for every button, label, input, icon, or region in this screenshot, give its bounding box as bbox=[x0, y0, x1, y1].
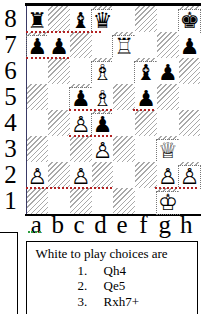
piece-white-pawn-a2[interactable]: ♙ bbox=[27, 166, 49, 188]
square-d4[interactable]: ♟ bbox=[92, 110, 114, 136]
spellcheck-squiggle bbox=[26, 57, 69, 59]
square-b4[interactable] bbox=[48, 110, 70, 136]
square-h3[interactable] bbox=[179, 136, 201, 162]
square-h1[interactable] bbox=[179, 188, 201, 214]
piece-black-pawn-b7[interactable]: ♟ bbox=[48, 36, 70, 58]
choice-3[interactable]: 3. Rxh7+ bbox=[27, 294, 197, 310]
caption-title: White to play choices are bbox=[36, 246, 197, 261]
square-f6[interactable]: ♝ bbox=[135, 58, 157, 84]
piece-white-pawn-g2[interactable]: ♙ bbox=[157, 166, 179, 188]
square-d1[interactable] bbox=[92, 188, 114, 214]
square-e2[interactable] bbox=[113, 162, 135, 188]
piece-black-king-h8[interactable]: ♚ bbox=[179, 10, 201, 32]
piece-white-pawn-d3[interactable]: ♙ bbox=[92, 140, 114, 162]
piece-black-queen-d8[interactable]: ♛ bbox=[92, 10, 114, 32]
square-b8[interactable] bbox=[48, 6, 70, 32]
square-a6[interactable] bbox=[27, 58, 49, 84]
square-d2[interactable] bbox=[92, 162, 114, 188]
square-h4[interactable] bbox=[179, 110, 201, 136]
square-g8[interactable] bbox=[157, 6, 179, 32]
square-e6[interactable] bbox=[113, 58, 135, 84]
piece-black-bishop-c8[interactable]: ♝ bbox=[70, 10, 92, 32]
square-c3[interactable] bbox=[70, 136, 92, 162]
rank-label-4: 4 bbox=[2, 110, 19, 136]
square-g6[interactable]: ♟ bbox=[157, 58, 179, 84]
file-label-b: b bbox=[47, 214, 68, 236]
file-label-g: g bbox=[154, 214, 175, 236]
square-g4[interactable] bbox=[157, 110, 179, 136]
piece-white-pawn-c2[interactable]: ♙ bbox=[70, 166, 92, 188]
square-d7[interactable] bbox=[92, 32, 114, 58]
square-g3[interactable]: ♕ bbox=[157, 136, 179, 162]
rank-label-2: 2 bbox=[2, 162, 19, 188]
square-f5[interactable]: ♟ bbox=[135, 84, 157, 110]
square-f7[interactable] bbox=[135, 32, 157, 58]
piece-white-bishop-d6[interactable]: ♗ bbox=[92, 62, 114, 84]
grammar-squiggle-a bbox=[28, 231, 41, 233]
square-b3[interactable] bbox=[48, 136, 70, 162]
square-c6[interactable] bbox=[70, 58, 92, 84]
square-f2[interactable] bbox=[135, 162, 157, 188]
choice-3-number: 3. bbox=[78, 294, 88, 310]
rank-label-7: 7 bbox=[2, 32, 19, 58]
outer-textbox-right-edge bbox=[17, 232, 18, 314]
piece-white-bishop-d5[interactable]: ♗ bbox=[92, 88, 114, 110]
square-c2[interactable]: ♙ bbox=[70, 162, 92, 188]
choice-3-move[interactable]: Rxh7+ bbox=[104, 294, 140, 310]
piece-black-pawn-c5[interactable]: ♟ bbox=[70, 88, 92, 110]
square-a7[interactable]: ♟ bbox=[27, 32, 49, 58]
square-b7[interactable]: ♟ bbox=[48, 32, 70, 58]
piece-white-queen-g3[interactable]: ♕ bbox=[157, 140, 179, 162]
piece-black-pawn-f5[interactable]: ♟ bbox=[135, 88, 157, 110]
square-g7[interactable] bbox=[157, 32, 179, 58]
square-a2[interactable]: ♙ bbox=[27, 162, 49, 188]
rank-label-3: 3 bbox=[2, 136, 19, 162]
rank-label-6: 6 bbox=[2, 58, 19, 84]
square-f3[interactable] bbox=[135, 136, 157, 162]
file-label-h: h bbox=[176, 214, 197, 236]
piece-black-pawn-g6[interactable]: ♟ bbox=[157, 62, 179, 84]
square-h2[interactable]: ♙ bbox=[179, 162, 201, 188]
square-e7[interactable]: ♖ bbox=[113, 32, 135, 58]
file-label-e: e bbox=[111, 214, 132, 236]
square-e4[interactable] bbox=[113, 110, 135, 136]
square-h6[interactable] bbox=[179, 58, 201, 84]
square-a3[interactable] bbox=[27, 136, 49, 162]
piece-black-bishop-f6[interactable]: ♝ bbox=[135, 62, 157, 84]
caption-box: White to play choices are 1. Qh4 2. Qe5 … bbox=[26, 241, 198, 314]
piece-black-pawn-h7[interactable]: ♟ bbox=[179, 36, 201, 58]
square-g2[interactable]: ♙ bbox=[157, 162, 179, 188]
rank-label-1: 1 bbox=[2, 188, 19, 214]
square-c8[interactable]: ♝ bbox=[70, 6, 92, 32]
square-h5[interactable] bbox=[179, 84, 201, 110]
square-d6[interactable]: ♗ bbox=[92, 58, 114, 84]
square-g5[interactable] bbox=[157, 84, 179, 110]
square-h8[interactable]: ♚ bbox=[179, 6, 201, 32]
square-b6[interactable] bbox=[48, 58, 70, 84]
square-a5[interactable] bbox=[27, 84, 49, 110]
piece-white-pawn-c4[interactable]: ♙ bbox=[70, 114, 92, 136]
square-d3[interactable]: ♙ bbox=[92, 136, 114, 162]
board-frame: ♜♝♛♚♟♟♖♟♗♝♟♟♗♟♙♟♙♕♙♙♙♙♔ bbox=[26, 6, 200, 214]
choice-1-move[interactable]: Qh4 bbox=[104, 263, 126, 279]
square-g1[interactable]: ♔ bbox=[157, 188, 179, 214]
piece-black-rook-a8[interactable]: ♜ bbox=[27, 10, 49, 32]
rank-label-5: 5 bbox=[2, 84, 19, 110]
square-b1[interactable] bbox=[48, 188, 70, 214]
square-f8[interactable] bbox=[135, 6, 157, 32]
square-c4[interactable]: ♙ bbox=[70, 110, 92, 136]
square-d5[interactable]: ♗ bbox=[92, 84, 114, 110]
choice-1-number: 1. bbox=[78, 263, 88, 279]
square-f1[interactable] bbox=[135, 188, 157, 214]
file-labels-row: a b c d e f g h bbox=[26, 214, 198, 236]
board-grid: ♜♝♛♚♟♟♖♟♗♝♟♟♗♟♙♟♙♕♙♙♙♙♔ bbox=[27, 6, 199, 214]
piece-white-rook-e7[interactable]: ♖ bbox=[113, 36, 135, 58]
square-f4[interactable] bbox=[135, 110, 157, 136]
spellcheck-squiggle bbox=[69, 109, 112, 111]
square-h7[interactable]: ♟ bbox=[179, 32, 201, 58]
file-label-d: d bbox=[90, 214, 111, 236]
spellcheck-squiggle bbox=[155, 187, 197, 189]
square-a8[interactable]: ♜ bbox=[27, 6, 49, 32]
square-c7[interactable] bbox=[70, 32, 92, 58]
choice-2[interactable]: 2. Qe5 bbox=[27, 278, 197, 294]
square-b2[interactable] bbox=[48, 162, 70, 188]
piece-black-pawn-a7[interactable]: ♟ bbox=[27, 36, 49, 58]
square-d8[interactable]: ♛ bbox=[92, 6, 114, 32]
square-a4[interactable] bbox=[27, 110, 49, 136]
piece-white-pawn-h2[interactable]: ♙ bbox=[179, 166, 201, 188]
piece-black-pawn-d4[interactable]: ♟ bbox=[92, 114, 114, 136]
spellcheck-squiggle bbox=[26, 31, 101, 33]
rank-label-8: 8 bbox=[2, 6, 19, 32]
spellcheck-squiggle bbox=[133, 109, 154, 111]
square-a1[interactable] bbox=[27, 188, 49, 214]
square-e3[interactable] bbox=[113, 136, 135, 162]
file-label-f: f bbox=[133, 214, 154, 236]
square-e8[interactable] bbox=[113, 6, 135, 32]
choice-1[interactable]: 1. Qh4 bbox=[27, 263, 197, 279]
square-e5[interactable] bbox=[113, 84, 135, 110]
square-e1[interactable] bbox=[113, 188, 135, 214]
spellcheck-squiggle bbox=[69, 135, 112, 137]
spellcheck-squiggle bbox=[26, 187, 112, 189]
square-c1[interactable] bbox=[70, 188, 92, 214]
square-b5[interactable] bbox=[48, 84, 70, 110]
square-c5[interactable]: ♟ bbox=[70, 84, 92, 110]
outer-textbox-top-edge bbox=[0, 232, 18, 233]
file-label-c: c bbox=[68, 214, 89, 236]
chess-diagram-page: 8 7 6 5 4 3 2 1 ♜♝♛♚♟♟♖♟♗♝♟♟♗♟♙♟♙♕♙♙♙♙♔ … bbox=[0, 0, 201, 314]
choice-2-number: 2. bbox=[78, 278, 88, 294]
choice-2-move[interactable]: Qe5 bbox=[104, 278, 126, 294]
